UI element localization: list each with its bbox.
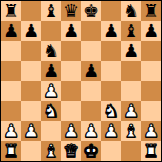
square-b4[interactable] — [21, 81, 41, 101]
black-knight: ♞ — [43, 41, 59, 61]
square-b8[interactable] — [21, 1, 41, 21]
white-queen: ♛ — [63, 141, 79, 161]
square-a1[interactable]: ♜ — [1, 141, 21, 161]
white-pawn: ♟ — [83, 121, 99, 141]
chess-board-frame: ♜♝♛♚♞♜♟♟♟♟♝♟♞♟♟♟♟♞♞♟♟♟♟♟♟♝♟♜♝♛♚♜ — [0, 0, 162, 162]
square-c6[interactable]: ♞ — [41, 41, 61, 61]
square-b1[interactable] — [21, 141, 41, 161]
square-e1[interactable]: ♚ — [81, 141, 101, 161]
square-h2[interactable]: ♟ — [141, 121, 161, 141]
white-pawn: ♟ — [103, 121, 119, 141]
square-c5[interactable]: ♟ — [41, 61, 61, 81]
white-pawn: ♟ — [3, 121, 19, 141]
square-c4[interactable]: ♟ — [41, 81, 61, 101]
square-e3[interactable] — [81, 101, 101, 121]
square-a5[interactable] — [1, 61, 21, 81]
white-knight: ♞ — [43, 101, 59, 121]
white-pawn: ♟ — [43, 81, 59, 101]
square-g8[interactable]: ♞ — [121, 1, 141, 21]
square-c7[interactable] — [41, 21, 61, 41]
square-a2[interactable]: ♟ — [1, 121, 21, 141]
square-f4[interactable] — [101, 81, 121, 101]
square-f1[interactable] — [101, 141, 121, 161]
square-f6[interactable] — [101, 41, 121, 61]
square-d1[interactable]: ♛ — [61, 141, 81, 161]
white-king: ♚ — [83, 141, 99, 161]
black-bishop: ♝ — [43, 1, 59, 21]
square-b2[interactable]: ♟ — [21, 121, 41, 141]
square-h3[interactable] — [141, 101, 161, 121]
white-pawn: ♟ — [143, 121, 159, 141]
black-rook: ♜ — [3, 1, 19, 21]
black-pawn: ♟ — [143, 21, 159, 41]
square-d5[interactable] — [61, 61, 81, 81]
square-d2[interactable]: ♟ — [61, 121, 81, 141]
square-f3[interactable]: ♞ — [101, 101, 121, 121]
square-a4[interactable] — [1, 81, 21, 101]
black-queen: ♛ — [63, 1, 79, 21]
white-bishop: ♝ — [43, 141, 59, 161]
white-pawn: ♟ — [23, 121, 39, 141]
square-f5[interactable] — [101, 61, 121, 81]
square-f8[interactable] — [101, 1, 121, 21]
square-b7[interactable]: ♟ — [21, 21, 41, 41]
black-bishop: ♝ — [123, 21, 139, 41]
square-e5[interactable]: ♟ — [81, 61, 101, 81]
square-a7[interactable]: ♟ — [1, 21, 21, 41]
square-e2[interactable]: ♟ — [81, 121, 101, 141]
square-d3[interactable] — [61, 101, 81, 121]
square-g1[interactable] — [121, 141, 141, 161]
black-knight: ♞ — [123, 1, 139, 21]
square-c2[interactable] — [41, 121, 61, 141]
square-a8[interactable]: ♜ — [1, 1, 21, 21]
white-rook: ♜ — [3, 141, 19, 161]
square-a6[interactable] — [1, 41, 21, 61]
square-f2[interactable]: ♟ — [101, 121, 121, 141]
white-bishop: ♝ — [123, 121, 139, 141]
square-e8[interactable]: ♚ — [81, 1, 101, 21]
black-pawn: ♟ — [123, 41, 139, 61]
square-d7[interactable]: ♟ — [61, 21, 81, 41]
square-g2[interactable]: ♝ — [121, 121, 141, 141]
square-h5[interactable] — [141, 61, 161, 81]
white-knight: ♞ — [103, 101, 119, 121]
black-pawn: ♟ — [23, 21, 39, 41]
square-f7[interactable]: ♟ — [101, 21, 121, 41]
square-h7[interactable]: ♟ — [141, 21, 161, 41]
square-g4[interactable] — [121, 81, 141, 101]
square-c1[interactable]: ♝ — [41, 141, 61, 161]
white-rook: ♜ — [143, 141, 159, 161]
square-g7[interactable]: ♝ — [121, 21, 141, 41]
square-h8[interactable]: ♜ — [141, 1, 161, 21]
black-pawn: ♟ — [83, 61, 99, 81]
square-b5[interactable] — [21, 61, 41, 81]
white-pawn: ♟ — [123, 101, 139, 121]
square-a3[interactable] — [1, 101, 21, 121]
square-e7[interactable] — [81, 21, 101, 41]
square-d6[interactable] — [61, 41, 81, 61]
square-c8[interactable]: ♝ — [41, 1, 61, 21]
black-pawn: ♟ — [3, 21, 19, 41]
square-b3[interactable] — [21, 101, 41, 121]
white-pawn: ♟ — [63, 121, 79, 141]
square-g5[interactable] — [121, 61, 141, 81]
square-h6[interactable] — [141, 41, 161, 61]
square-h4[interactable] — [141, 81, 161, 101]
black-rook: ♜ — [143, 1, 159, 21]
black-pawn: ♟ — [43, 61, 59, 81]
square-g6[interactable]: ♟ — [121, 41, 141, 61]
chess-board: ♜♝♛♚♞♜♟♟♟♟♝♟♞♟♟♟♟♞♞♟♟♟♟♟♟♝♟♜♝♛♚♜ — [1, 1, 161, 161]
square-d8[interactable]: ♛ — [61, 1, 81, 21]
black-pawn: ♟ — [103, 21, 119, 41]
black-pawn: ♟ — [63, 21, 79, 41]
square-d4[interactable] — [61, 81, 81, 101]
square-h1[interactable]: ♜ — [141, 141, 161, 161]
square-e6[interactable] — [81, 41, 101, 61]
square-g3[interactable]: ♟ — [121, 101, 141, 121]
square-e4[interactable] — [81, 81, 101, 101]
black-king: ♚ — [83, 1, 99, 21]
square-b6[interactable] — [21, 41, 41, 61]
square-c3[interactable]: ♞ — [41, 101, 61, 121]
